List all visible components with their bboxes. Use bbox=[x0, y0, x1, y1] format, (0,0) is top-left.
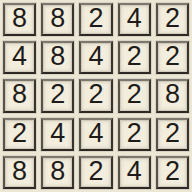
tile-value: 2 bbox=[127, 43, 142, 70]
tile-r3c1[interactable]: 8 bbox=[3, 79, 36, 112]
tile-r5c5[interactable]: 2 bbox=[156, 156, 189, 189]
tile-board: 8824248422822282442288242 bbox=[0, 0, 192, 192]
tile-r5c2[interactable]: 8 bbox=[41, 156, 74, 189]
tile-value: 2 bbox=[50, 81, 65, 108]
tile-value: 2 bbox=[127, 120, 142, 147]
tile-value: 8 bbox=[12, 81, 27, 108]
tile-r3c4[interactable]: 2 bbox=[118, 79, 151, 112]
tile-r3c2[interactable]: 2 bbox=[41, 79, 74, 112]
tile-value: 4 bbox=[12, 43, 27, 70]
tile-value: 2 bbox=[165, 158, 180, 185]
tile-r2c3[interactable]: 4 bbox=[79, 41, 112, 74]
tile-r2c4[interactable]: 2 bbox=[118, 41, 151, 74]
tile-value: 2 bbox=[165, 120, 180, 147]
tile-r3c5[interactable]: 8 bbox=[156, 79, 189, 112]
tile-value: 8 bbox=[50, 5, 65, 32]
tile-value: 2 bbox=[88, 5, 103, 32]
tile-r2c2[interactable]: 8 bbox=[41, 41, 74, 74]
tile-value: 2 bbox=[165, 5, 180, 32]
tile-value: 2 bbox=[127, 81, 142, 108]
tile-r4c1[interactable]: 2 bbox=[3, 118, 36, 151]
tile-value: 2 bbox=[12, 120, 27, 147]
tile-value: 4 bbox=[50, 120, 65, 147]
tile-value: 8 bbox=[165, 81, 180, 108]
tile-value: 4 bbox=[88, 120, 103, 147]
tile-r1c2[interactable]: 8 bbox=[41, 3, 74, 36]
tile-r2c1[interactable]: 4 bbox=[3, 41, 36, 74]
tile-value: 2 bbox=[165, 43, 180, 70]
tile-value: 8 bbox=[50, 158, 65, 185]
tile-r3c3[interactable]: 2 bbox=[79, 79, 112, 112]
tile-r4c5[interactable]: 2 bbox=[156, 118, 189, 151]
tile-r4c4[interactable]: 2 bbox=[118, 118, 151, 151]
tile-value: 2 bbox=[88, 81, 103, 108]
tile-r1c4[interactable]: 4 bbox=[118, 3, 151, 36]
tile-r2c5[interactable]: 2 bbox=[156, 41, 189, 74]
tile-r1c5[interactable]: 2 bbox=[156, 3, 189, 36]
tile-value: 8 bbox=[12, 5, 27, 32]
tile-r5c1[interactable]: 8 bbox=[3, 156, 36, 189]
tile-r5c3[interactable]: 2 bbox=[79, 156, 112, 189]
tile-value: 4 bbox=[88, 43, 103, 70]
tile-value: 4 bbox=[127, 5, 142, 32]
tile-value: 8 bbox=[50, 43, 65, 70]
tile-r4c3[interactable]: 4 bbox=[79, 118, 112, 151]
tile-value: 8 bbox=[12, 158, 27, 185]
tile-r1c1[interactable]: 8 bbox=[3, 3, 36, 36]
tile-value: 2 bbox=[88, 158, 103, 185]
tile-r1c3[interactable]: 2 bbox=[79, 3, 112, 36]
tile-value: 4 bbox=[127, 158, 142, 185]
tile-r5c4[interactable]: 4 bbox=[118, 156, 151, 189]
tile-r4c2[interactable]: 4 bbox=[41, 118, 74, 151]
